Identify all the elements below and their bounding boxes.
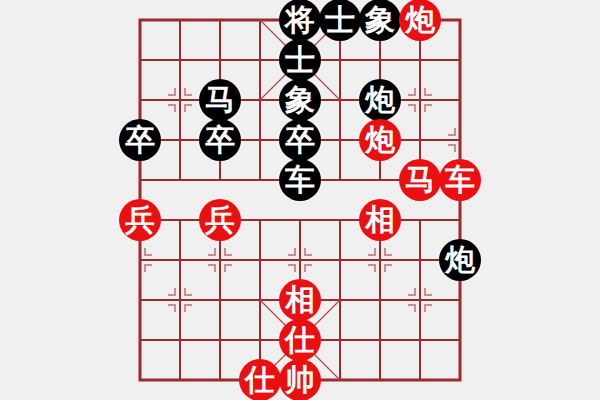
- board-point-f2r9[interactable]: [200, 360, 240, 400]
- piece-black-cannon[interactable]: 炮: [439, 239, 481, 281]
- board-point-f6r3[interactable]: 炮: [360, 120, 400, 160]
- board-point-f7r3[interactable]: [400, 120, 440, 160]
- piece-red-elephant[interactable]: 相: [279, 279, 321, 321]
- board-point-f1r8[interactable]: [160, 320, 200, 360]
- piece-red-cannon[interactable]: 炮: [399, 0, 441, 41]
- board-point-f0r7[interactable]: [120, 280, 160, 320]
- board-point-f6r0[interactable]: 象: [360, 0, 400, 40]
- board-point-f7r1[interactable]: [400, 40, 440, 80]
- board-point-f1r5[interactable]: [160, 200, 200, 240]
- board-point-f4r5[interactable]: [280, 200, 320, 240]
- board-point-f6r5[interactable]: 相: [360, 200, 400, 240]
- board-point-f3r3[interactable]: [240, 120, 280, 160]
- board-point-f1r1[interactable]: [160, 40, 200, 80]
- board-point-f4r4[interactable]: 车: [280, 160, 320, 200]
- piece-black-elephant[interactable]: 象: [359, 0, 401, 41]
- board-point-f3r6[interactable]: [240, 240, 280, 280]
- board-point-f3r5[interactable]: [240, 200, 280, 240]
- board-point-f3r1[interactable]: [240, 40, 280, 80]
- board-point-f1r0[interactable]: [160, 0, 200, 40]
- board-point-f6r2[interactable]: 炮: [360, 80, 400, 120]
- board-point-f2r2[interactable]: 马: [200, 80, 240, 120]
- board-point-f0r5[interactable]: 兵: [120, 200, 160, 240]
- board-point-f0r6[interactable]: [120, 240, 160, 280]
- board-point-f7r0[interactable]: 炮: [400, 0, 440, 40]
- board-point-f2r8[interactable]: [200, 320, 240, 360]
- board-point-f8r8[interactable]: [440, 320, 480, 360]
- board-point-f3r9[interactable]: 仕: [240, 360, 280, 400]
- piece-red-advisor[interactable]: 仕: [279, 319, 321, 361]
- board-point-f6r7[interactable]: [360, 280, 400, 320]
- board-point-f4r1[interactable]: 士: [280, 40, 320, 80]
- board-point-f3r7[interactable]: [240, 280, 280, 320]
- board-point-f7r9[interactable]: [400, 360, 440, 400]
- piece-black-elephant[interactable]: 象: [279, 79, 321, 121]
- board-point-f2r4[interactable]: [200, 160, 240, 200]
- piece-red-chariot[interactable]: 车: [439, 159, 481, 201]
- board-point-f5r0[interactable]: 士: [320, 0, 360, 40]
- board-point-f7r5[interactable]: [400, 200, 440, 240]
- piece-red-soldier[interactable]: 兵: [199, 199, 241, 241]
- board-point-f4r3[interactable]: 卒: [280, 120, 320, 160]
- board-point-f0r4[interactable]: [120, 160, 160, 200]
- piece-black-horse[interactable]: 马: [199, 79, 241, 121]
- board-point-f0r8[interactable]: [120, 320, 160, 360]
- board-point-f6r8[interactable]: [360, 320, 400, 360]
- board-point-f5r6[interactable]: [320, 240, 360, 280]
- board-point-f6r1[interactable]: [360, 40, 400, 80]
- board-point-f4r9[interactable]: 帅: [280, 360, 320, 400]
- board-point-f4r8[interactable]: 仕: [280, 320, 320, 360]
- board-point-f2r5[interactable]: 兵: [200, 200, 240, 240]
- board-point-f6r6[interactable]: [360, 240, 400, 280]
- piece-red-elephant[interactable]: 相: [359, 199, 401, 241]
- board-point-f4r0[interactable]: 将: [280, 0, 320, 40]
- board-point-f8r1[interactable]: [440, 40, 480, 80]
- piece-black-general[interactable]: 将: [279, 0, 321, 41]
- board-point-f0r2[interactable]: [120, 80, 160, 120]
- board-point-f1r2[interactable]: [160, 80, 200, 120]
- piece-red-general[interactable]: 帅: [279, 359, 321, 400]
- xiangqi-board: 将士象炮士马象炮卒卒卒炮车马车兵兵相炮相仕仕帅: [120, 0, 480, 400]
- board-point-f2r7[interactable]: [200, 280, 240, 320]
- piece-red-advisor[interactable]: 仕: [239, 359, 281, 400]
- board-point-f2r6[interactable]: [200, 240, 240, 280]
- board-point-f3r2[interactable]: [240, 80, 280, 120]
- board-point-f5r7[interactable]: [320, 280, 360, 320]
- board-point-f0r3[interactable]: 卒: [120, 120, 160, 160]
- board-point-f5r5[interactable]: [320, 200, 360, 240]
- board-point-f8r9[interactable]: [440, 360, 480, 400]
- board-point-f0r9[interactable]: [120, 360, 160, 400]
- board-point-f7r7[interactable]: [400, 280, 440, 320]
- board-point-f5r3[interactable]: [320, 120, 360, 160]
- piece-red-cannon[interactable]: 炮: [359, 119, 401, 161]
- board-point-f8r3[interactable]: [440, 120, 480, 160]
- piece-red-horse[interactable]: 马: [399, 159, 441, 201]
- board-point-f4r6[interactable]: [280, 240, 320, 280]
- board-point-f8r5[interactable]: [440, 200, 480, 240]
- board-point-f4r7[interactable]: 相: [280, 280, 320, 320]
- piece-black-chariot[interactable]: 车: [279, 159, 321, 201]
- board-point-f1r7[interactable]: [160, 280, 200, 320]
- board-point-f5r2[interactable]: [320, 80, 360, 120]
- piece-black-cannon[interactable]: 炮: [359, 79, 401, 121]
- piece-red-soldier[interactable]: 兵: [119, 199, 161, 241]
- board-point-f3r4[interactable]: [240, 160, 280, 200]
- piece-black-soldier[interactable]: 卒: [279, 119, 321, 161]
- board-point-f3r0[interactable]: [240, 0, 280, 40]
- xiangqi-app: 将士象炮士马象炮卒卒卒炮车马车兵兵相炮相仕仕帅: [0, 0, 600, 400]
- board-point-f0r0[interactable]: [120, 0, 160, 40]
- board-point-f1r6[interactable]: [160, 240, 200, 280]
- board-point-f8r6[interactable]: 炮: [440, 240, 480, 280]
- board-point-f0r1[interactable]: [120, 40, 160, 80]
- board-point-f6r4[interactable]: [360, 160, 400, 200]
- board-point-f7r6[interactable]: [400, 240, 440, 280]
- board-point-f8r7[interactable]: [440, 280, 480, 320]
- board-point-f5r1[interactable]: [320, 40, 360, 80]
- board-point-f2r0[interactable]: [200, 0, 240, 40]
- board-point-f2r1[interactable]: [200, 40, 240, 80]
- board-point-f1r9[interactable]: [160, 360, 200, 400]
- board-point-f7r2[interactable]: [400, 80, 440, 120]
- board-point-f5r4[interactable]: [320, 160, 360, 200]
- piece-black-soldier[interactable]: 卒: [199, 119, 241, 161]
- piece-black-soldier[interactable]: 卒: [119, 119, 161, 161]
- piece-black-advisor[interactable]: 士: [319, 0, 361, 41]
- board-point-f4r2[interactable]: 象: [280, 80, 320, 120]
- board-point-f1r3[interactable]: [160, 120, 200, 160]
- board-point-f8r2[interactable]: [440, 80, 480, 120]
- board-point-f8r4[interactable]: 车: [440, 160, 480, 200]
- board-point-f6r9[interactable]: [360, 360, 400, 400]
- board-point-f5r8[interactable]: [320, 320, 360, 360]
- board-point-f7r8[interactable]: [400, 320, 440, 360]
- board-point-f2r3[interactable]: 卒: [200, 120, 240, 160]
- board-point-f8r0[interactable]: [440, 0, 480, 40]
- board-point-f3r8[interactable]: [240, 320, 280, 360]
- board-point-f7r4[interactable]: 马: [400, 160, 440, 200]
- board-point-f1r4[interactable]: [160, 160, 200, 200]
- board-point-f5r9[interactable]: [320, 360, 360, 400]
- piece-black-advisor[interactable]: 士: [279, 39, 321, 81]
